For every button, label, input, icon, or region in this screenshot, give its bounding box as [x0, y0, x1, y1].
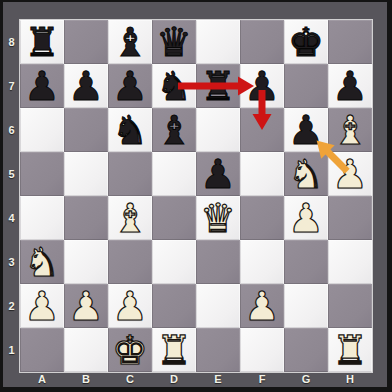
square-h1[interactable]: ♜	[328, 328, 372, 372]
rank-label-7: 7	[3, 64, 20, 108]
square-c2[interactable]: ♟	[108, 284, 152, 328]
square-c5[interactable]	[108, 152, 152, 196]
square-a6[interactable]	[20, 108, 64, 152]
square-b3[interactable]	[64, 240, 108, 284]
square-e4[interactable]: ♛	[196, 196, 240, 240]
square-e6[interactable]	[196, 108, 240, 152]
white-queen[interactable]: ♛	[200, 196, 236, 240]
square-d4[interactable]	[152, 196, 196, 240]
black-pawn[interactable]: ♟	[24, 64, 60, 108]
white-pawn[interactable]: ♟	[112, 284, 148, 328]
file-label-c: C	[108, 372, 152, 387]
square-f2[interactable]: ♟	[240, 284, 284, 328]
file-label-b: B	[64, 372, 108, 387]
white-knight[interactable]: ♞	[24, 240, 60, 284]
file-label-e: E	[196, 372, 240, 387]
square-d6[interactable]: ♝	[152, 108, 196, 152]
square-c3[interactable]	[108, 240, 152, 284]
black-knight[interactable]: ♞	[112, 108, 148, 152]
square-e8[interactable]	[196, 20, 240, 64]
white-pawn[interactable]: ♟	[244, 284, 280, 328]
black-queen[interactable]: ♛	[156, 20, 192, 64]
rank-label-8: 8	[3, 20, 20, 64]
square-a2[interactable]: ♟	[20, 284, 64, 328]
white-bishop[interactable]: ♝	[332, 108, 368, 152]
square-h3[interactable]	[328, 240, 372, 284]
chess-board: ♜♝♛♚♟♟♟♞♜♟♟♞♝♟♝♟♞♟♝♛♟♞♟♟♟♟♚♜♜	[20, 20, 372, 372]
square-g8[interactable]: ♚	[284, 20, 328, 64]
square-c7[interactable]: ♟	[108, 64, 152, 108]
square-e5[interactable]: ♟	[196, 152, 240, 196]
square-h4[interactable]	[328, 196, 372, 240]
square-g6[interactable]: ♟	[284, 108, 328, 152]
black-pawn[interactable]: ♟	[68, 64, 104, 108]
square-d5[interactable]	[152, 152, 196, 196]
square-f8[interactable]	[240, 20, 284, 64]
square-b2[interactable]: ♟	[64, 284, 108, 328]
square-e2[interactable]	[196, 284, 240, 328]
white-pawn[interactable]: ♟	[332, 152, 368, 196]
rank-label-5: 5	[3, 152, 20, 196]
rank-label-4: 4	[3, 196, 20, 240]
square-a4[interactable]	[20, 196, 64, 240]
white-pawn[interactable]: ♟	[24, 284, 60, 328]
black-pawn[interactable]: ♟	[200, 152, 236, 196]
rank-label-3: 3	[3, 240, 20, 284]
square-f4[interactable]	[240, 196, 284, 240]
square-d3[interactable]	[152, 240, 196, 284]
square-d1[interactable]: ♜	[152, 328, 196, 372]
square-e3[interactable]	[196, 240, 240, 284]
square-d2[interactable]	[152, 284, 196, 328]
white-rook[interactable]: ♜	[332, 328, 368, 372]
square-h8[interactable]	[328, 20, 372, 64]
board-margin: ♜♝♛♚♟♟♟♞♜♟♟♞♝♟♝♟♞♟♝♛♟♞♟♟♟♟♚♜♜ 87654321 A…	[3, 2, 387, 387]
black-pawn[interactable]: ♟	[244, 64, 280, 108]
square-g7[interactable]	[284, 64, 328, 108]
white-knight[interactable]: ♞	[288, 152, 324, 196]
black-pawn[interactable]: ♟	[112, 64, 148, 108]
file-label-a: A	[20, 372, 64, 387]
square-c8[interactable]: ♝	[108, 20, 152, 64]
square-d7[interactable]: ♞	[152, 64, 196, 108]
square-a3[interactable]: ♞	[20, 240, 64, 284]
file-label-h: H	[328, 372, 372, 387]
black-pawn[interactable]: ♟	[288, 108, 324, 152]
square-b6[interactable]	[64, 108, 108, 152]
square-h5[interactable]: ♟	[328, 152, 372, 196]
rank-label-6: 6	[3, 108, 20, 152]
rank-label-1: 1	[3, 328, 20, 372]
white-pawn[interactable]: ♟	[288, 196, 324, 240]
square-b4[interactable]	[64, 196, 108, 240]
black-bishop[interactable]: ♝	[112, 20, 148, 64]
white-king[interactable]: ♚	[112, 328, 148, 372]
square-g1[interactable]	[284, 328, 328, 372]
rank-label-2: 2	[3, 284, 20, 328]
white-pawn[interactable]: ♟	[68, 284, 104, 328]
square-b1[interactable]	[64, 328, 108, 372]
chess-app-window: ♜♝♛♚♟♟♟♞♜♟♟♞♝♟♝♟♞♟♝♛♟♞♟♟♟♟♚♜♜ 87654321 A…	[0, 0, 392, 392]
square-c4[interactable]: ♝	[108, 196, 152, 240]
square-g5[interactable]: ♞	[284, 152, 328, 196]
white-rook[interactable]: ♜	[156, 328, 192, 372]
black-rook[interactable]: ♜	[24, 20, 60, 64]
square-b7[interactable]: ♟	[64, 64, 108, 108]
square-c1[interactable]: ♚	[108, 328, 152, 372]
square-f3[interactable]	[240, 240, 284, 284]
square-f7[interactable]: ♟	[240, 64, 284, 108]
file-label-f: F	[240, 372, 284, 387]
square-g4[interactable]: ♟	[284, 196, 328, 240]
square-g3[interactable]	[284, 240, 328, 284]
black-rook[interactable]: ♜	[200, 64, 236, 108]
black-pawn[interactable]: ♟	[332, 64, 368, 108]
square-a5[interactable]	[20, 152, 64, 196]
file-label-g: G	[284, 372, 328, 387]
file-label-d: D	[152, 372, 196, 387]
black-bishop[interactable]: ♝	[156, 108, 192, 152]
square-d8[interactable]: ♛	[152, 20, 196, 64]
square-a8[interactable]: ♜	[20, 20, 64, 64]
square-h7[interactable]: ♟	[328, 64, 372, 108]
square-h6[interactable]: ♝	[328, 108, 372, 152]
square-b5[interactable]	[64, 152, 108, 196]
black-king[interactable]: ♚	[288, 20, 324, 64]
white-bishop[interactable]: ♝	[112, 196, 148, 240]
black-knight[interactable]: ♞	[156, 64, 192, 108]
square-b8[interactable]	[64, 20, 108, 64]
square-h2[interactable]	[328, 284, 372, 328]
square-a7[interactable]: ♟	[20, 64, 64, 108]
square-e7[interactable]: ♜	[196, 64, 240, 108]
square-c6[interactable]: ♞	[108, 108, 152, 152]
square-a1[interactable]	[20, 328, 64, 372]
square-f1[interactable]	[240, 328, 284, 372]
square-f6[interactable]	[240, 108, 284, 152]
square-f5[interactable]	[240, 152, 284, 196]
square-g2[interactable]	[284, 284, 328, 328]
square-e1[interactable]	[196, 328, 240, 372]
